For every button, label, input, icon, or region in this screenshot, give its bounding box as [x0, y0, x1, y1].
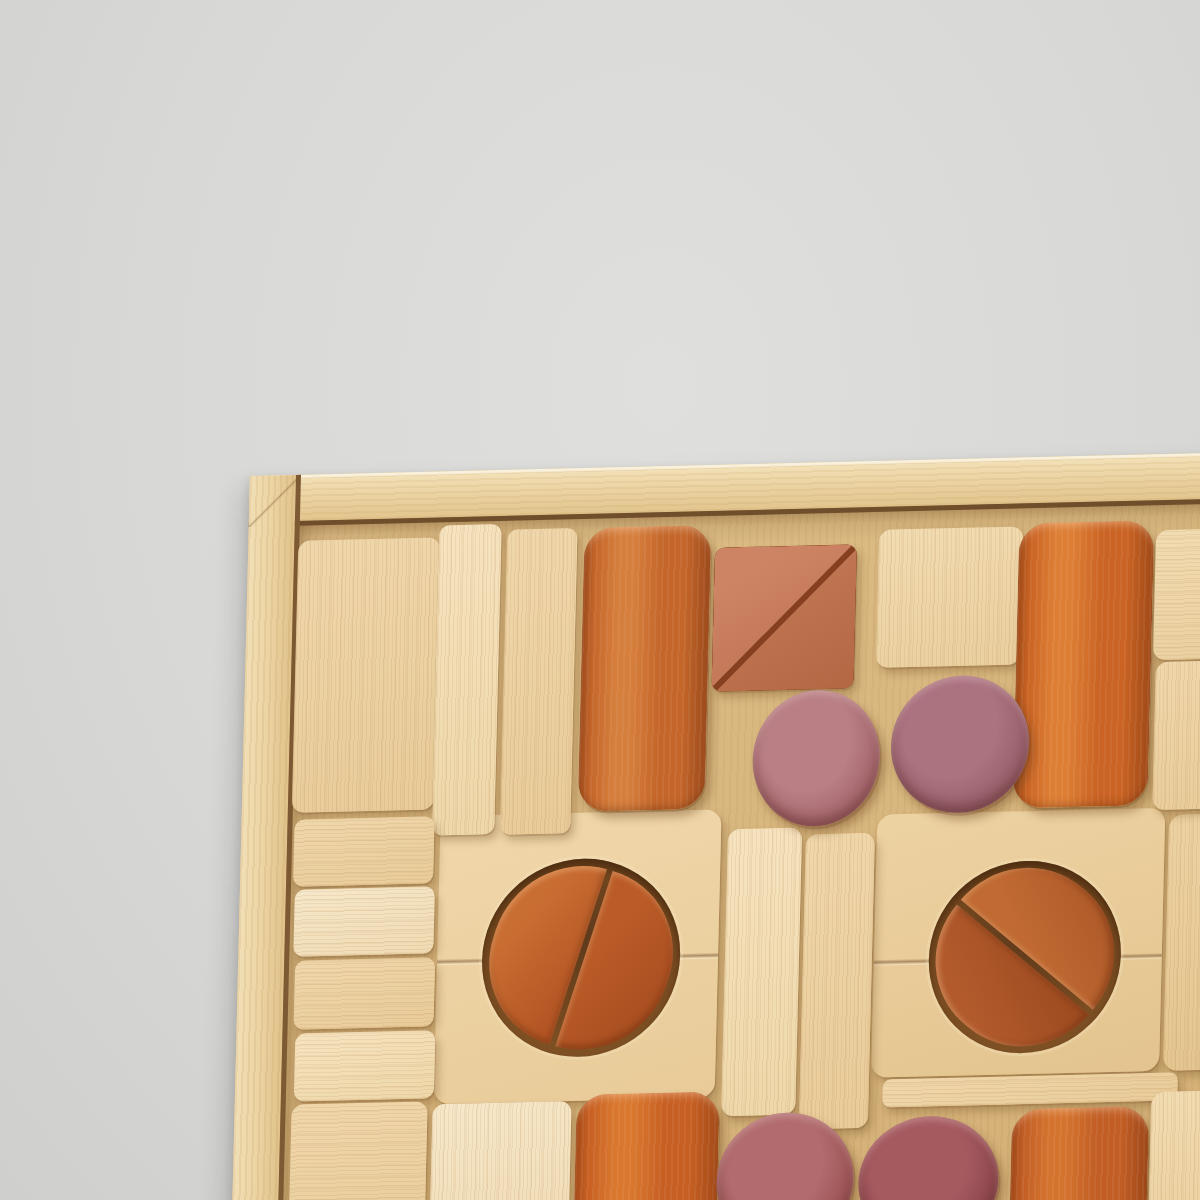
block-square-2: [429, 1101, 572, 1200]
block-square-1: [288, 1101, 428, 1200]
plank-right-edge: [1163, 812, 1200, 1071]
cylinder-orange-1: [578, 525, 712, 812]
wooden-tray: [231, 452, 1200, 1200]
plank-small-3: [294, 957, 436, 1029]
plank-tall-1: [432, 524, 502, 835]
disc-mauve-1: [751, 689, 881, 828]
block-large-rect: [292, 537, 441, 812]
split-circle: [466, 846, 696, 1070]
triangle-pair-square: [711, 544, 856, 691]
split-circle: [901, 833, 1149, 1080]
block-edge-mid: [1152, 659, 1200, 810]
hole-block-right: [871, 808, 1165, 1078]
block-corner-bottom: [1148, 1089, 1200, 1200]
blocks-layer: [231, 452, 1200, 1200]
circular-recess: [480, 856, 683, 1059]
hole-block-left: [434, 809, 722, 1104]
block-edge-top: [1153, 527, 1200, 660]
plank-tall-2: [500, 528, 577, 835]
cube-natural: [876, 526, 1023, 667]
disc-mauve-2: [889, 674, 1030, 814]
plank-long-bottom: [882, 1072, 1178, 1107]
disc-mauve-4: [857, 1115, 1000, 1200]
plank-mid-2: [799, 833, 875, 1130]
cylinder-orange-3: [573, 1091, 720, 1200]
circular-recess: [927, 859, 1124, 1056]
plank-small-4: [294, 1030, 436, 1101]
plank-small-2: [293, 886, 435, 956]
plank-small-1: [293, 816, 435, 886]
plank-mid-1: [721, 828, 802, 1117]
cylinder-orange-2: [1012, 520, 1154, 808]
cylinder-orange-4: [1009, 1106, 1149, 1200]
